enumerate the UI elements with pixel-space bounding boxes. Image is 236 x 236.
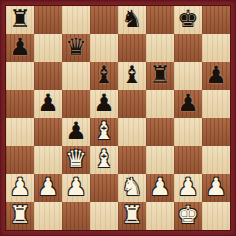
chess-diagram: ♜♞♚♟♛♝♝♜♟♟♟♟♟♝♛♝♟♟♟♞♟♟♟♜♜♚ bbox=[0, 0, 236, 236]
black-rook[interactable]: ♜ bbox=[149, 61, 171, 89]
square-g4[interactable] bbox=[174, 118, 202, 146]
square-h6[interactable]: ♟ bbox=[202, 62, 230, 90]
square-c6[interactable] bbox=[62, 62, 90, 90]
square-a6[interactable] bbox=[6, 62, 34, 90]
square-f6[interactable]: ♜ bbox=[146, 62, 174, 90]
square-e8[interactable]: ♞ bbox=[118, 6, 146, 34]
black-rook[interactable]: ♜ bbox=[9, 5, 31, 33]
black-bishop[interactable]: ♝ bbox=[121, 61, 143, 89]
square-f3[interactable] bbox=[146, 146, 174, 174]
white-pawn[interactable]: ♟ bbox=[65, 173, 87, 201]
square-h3[interactable] bbox=[202, 146, 230, 174]
white-rook[interactable]: ♜ bbox=[9, 201, 31, 229]
square-a7[interactable]: ♟ bbox=[6, 34, 34, 62]
square-b2[interactable]: ♟ bbox=[34, 174, 62, 202]
square-c3[interactable]: ♛ bbox=[62, 146, 90, 174]
square-g2[interactable]: ♟ bbox=[174, 174, 202, 202]
white-knight[interactable]: ♞ bbox=[121, 173, 143, 201]
chessboard[interactable]: ♜♞♚♟♛♝♝♜♟♟♟♟♟♝♛♝♟♟♟♞♟♟♟♜♜♚ bbox=[6, 6, 230, 230]
black-pawn[interactable]: ♟ bbox=[177, 89, 199, 117]
square-b5[interactable]: ♟ bbox=[34, 90, 62, 118]
white-pawn[interactable]: ♟ bbox=[9, 173, 31, 201]
square-b8[interactable] bbox=[34, 6, 62, 34]
black-pawn[interactable]: ♟ bbox=[65, 117, 87, 145]
square-e1[interactable]: ♜ bbox=[118, 202, 146, 230]
square-a8[interactable]: ♜ bbox=[6, 6, 34, 34]
square-e5[interactable] bbox=[118, 90, 146, 118]
square-f5[interactable] bbox=[146, 90, 174, 118]
white-queen[interactable]: ♛ bbox=[65, 145, 87, 173]
square-d6[interactable]: ♝ bbox=[90, 62, 118, 90]
white-pawn[interactable]: ♟ bbox=[149, 173, 171, 201]
square-g5[interactable]: ♟ bbox=[174, 90, 202, 118]
square-g3[interactable] bbox=[174, 146, 202, 174]
white-pawn[interactable]: ♟ bbox=[177, 173, 199, 201]
square-h4[interactable] bbox=[202, 118, 230, 146]
square-b3[interactable] bbox=[34, 146, 62, 174]
square-e2[interactable]: ♞ bbox=[118, 174, 146, 202]
black-pawn[interactable]: ♟ bbox=[205, 61, 227, 89]
square-g8[interactable]: ♚ bbox=[174, 6, 202, 34]
square-h8[interactable] bbox=[202, 6, 230, 34]
square-h7[interactable] bbox=[202, 34, 230, 62]
square-e4[interactable] bbox=[118, 118, 146, 146]
black-king[interactable]: ♚ bbox=[177, 5, 199, 33]
white-pawn[interactable]: ♟ bbox=[205, 173, 227, 201]
square-b1[interactable] bbox=[34, 202, 62, 230]
square-e7[interactable] bbox=[118, 34, 146, 62]
square-b6[interactable] bbox=[34, 62, 62, 90]
square-a2[interactable]: ♟ bbox=[6, 174, 34, 202]
square-a4[interactable] bbox=[6, 118, 34, 146]
black-pawn[interactable]: ♟ bbox=[9, 33, 31, 61]
square-d3[interactable]: ♝ bbox=[90, 146, 118, 174]
square-g7[interactable] bbox=[174, 34, 202, 62]
square-a3[interactable] bbox=[6, 146, 34, 174]
square-b4[interactable] bbox=[34, 118, 62, 146]
black-queen[interactable]: ♛ bbox=[65, 33, 87, 61]
square-h5[interactable] bbox=[202, 90, 230, 118]
square-c5[interactable] bbox=[62, 90, 90, 118]
black-bishop[interactable]: ♝ bbox=[93, 61, 115, 89]
square-a5[interactable] bbox=[6, 90, 34, 118]
square-h2[interactable]: ♟ bbox=[202, 174, 230, 202]
square-d7[interactable] bbox=[90, 34, 118, 62]
white-bishop[interactable]: ♝ bbox=[93, 145, 115, 173]
square-a1[interactable]: ♜ bbox=[6, 202, 34, 230]
square-d1[interactable] bbox=[90, 202, 118, 230]
black-pawn[interactable]: ♟ bbox=[93, 89, 115, 117]
square-f2[interactable]: ♟ bbox=[146, 174, 174, 202]
square-e3[interactable] bbox=[118, 146, 146, 174]
black-pawn[interactable]: ♟ bbox=[37, 89, 59, 117]
square-c2[interactable]: ♟ bbox=[62, 174, 90, 202]
square-b7[interactable] bbox=[34, 34, 62, 62]
square-e6[interactable]: ♝ bbox=[118, 62, 146, 90]
square-c7[interactable]: ♛ bbox=[62, 34, 90, 62]
square-c1[interactable] bbox=[62, 202, 90, 230]
white-rook[interactable]: ♜ bbox=[121, 201, 143, 229]
square-g1[interactable]: ♚ bbox=[174, 202, 202, 230]
square-f8[interactable] bbox=[146, 6, 174, 34]
square-c4[interactable]: ♟ bbox=[62, 118, 90, 146]
square-f7[interactable] bbox=[146, 34, 174, 62]
square-d8[interactable] bbox=[90, 6, 118, 34]
square-d2[interactable] bbox=[90, 174, 118, 202]
square-d5[interactable]: ♟ bbox=[90, 90, 118, 118]
square-c8[interactable] bbox=[62, 6, 90, 34]
square-g6[interactable] bbox=[174, 62, 202, 90]
square-d4[interactable]: ♝ bbox=[90, 118, 118, 146]
white-bishop[interactable]: ♝ bbox=[93, 117, 115, 145]
white-pawn[interactable]: ♟ bbox=[37, 173, 59, 201]
square-h1[interactable] bbox=[202, 202, 230, 230]
square-f4[interactable] bbox=[146, 118, 174, 146]
black-knight[interactable]: ♞ bbox=[121, 5, 143, 33]
white-king[interactable]: ♚ bbox=[177, 201, 199, 229]
square-f1[interactable] bbox=[146, 202, 174, 230]
